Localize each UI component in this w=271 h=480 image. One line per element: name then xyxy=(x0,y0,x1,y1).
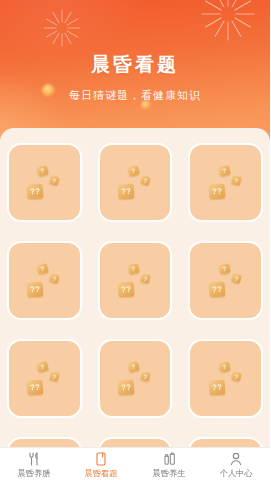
tab-bar: 晨昏养膳 晨昏看题 晨昏养生 个人中心 xyxy=(0,447,270,480)
riddle-card[interactable]: ???? xyxy=(188,339,263,418)
card-grid: ????????????????????????????????????????… xyxy=(0,128,270,447)
riddle-card[interactable]: ???? xyxy=(7,241,82,320)
book-icon xyxy=(93,451,109,467)
page-subtitle: 每日猜谜题，看健康知识 xyxy=(0,88,270,103)
tab-profile[interactable]: 个人中心 xyxy=(203,448,271,480)
header: 晨昏看题 每日猜谜题，看健康知识 xyxy=(0,0,270,140)
tab-meals[interactable]: 晨昏养膳 xyxy=(0,448,68,480)
riddle-card[interactable]: ???? xyxy=(98,437,173,447)
riddle-card[interactable]: ???? xyxy=(7,339,82,418)
mystery-box-icon: ???? xyxy=(117,362,153,395)
mystery-box-icon: ???? xyxy=(26,264,62,297)
riddle-card[interactable]: ???? xyxy=(7,143,82,222)
riddle-card[interactable]: ???? xyxy=(7,437,82,447)
riddle-card[interactable]: ???? xyxy=(188,437,263,447)
mystery-box-icon: ???? xyxy=(208,264,244,297)
tab-health[interactable]: 晨昏养生 xyxy=(135,448,203,480)
person-icon xyxy=(228,451,244,467)
card-grid-panel: ????????????????????????????????????????… xyxy=(0,128,270,447)
riddle-card[interactable]: ???? xyxy=(98,241,173,320)
bottles-icon xyxy=(161,451,177,467)
tab-label: 个人中心 xyxy=(220,468,253,477)
tab-label: 晨昏养生 xyxy=(152,468,185,477)
mystery-box-icon: ???? xyxy=(26,166,62,199)
tab-label: 晨昏养膳 xyxy=(17,468,50,477)
riddle-card[interactable]: ???? xyxy=(188,241,263,320)
utensils-icon xyxy=(26,451,42,467)
riddle-card[interactable]: ???? xyxy=(188,143,263,222)
mystery-box-icon: ???? xyxy=(117,264,153,297)
riddle-card[interactable]: ???? xyxy=(98,143,173,222)
tab-questions[interactable]: 晨昏看题 xyxy=(68,448,136,480)
riddle-card[interactable]: ???? xyxy=(98,339,173,418)
mystery-box-icon: ???? xyxy=(208,166,244,199)
tab-label: 晨昏看题 xyxy=(85,468,118,477)
mystery-box-icon: ???? xyxy=(208,362,244,395)
mystery-box-icon: ???? xyxy=(117,166,153,199)
app-screen: 晨昏看题 每日猜谜题，看健康知识 ???????????????????????… xyxy=(0,0,270,480)
page-title: 晨昏看题 xyxy=(0,52,270,78)
mystery-box-icon: ???? xyxy=(26,362,62,395)
